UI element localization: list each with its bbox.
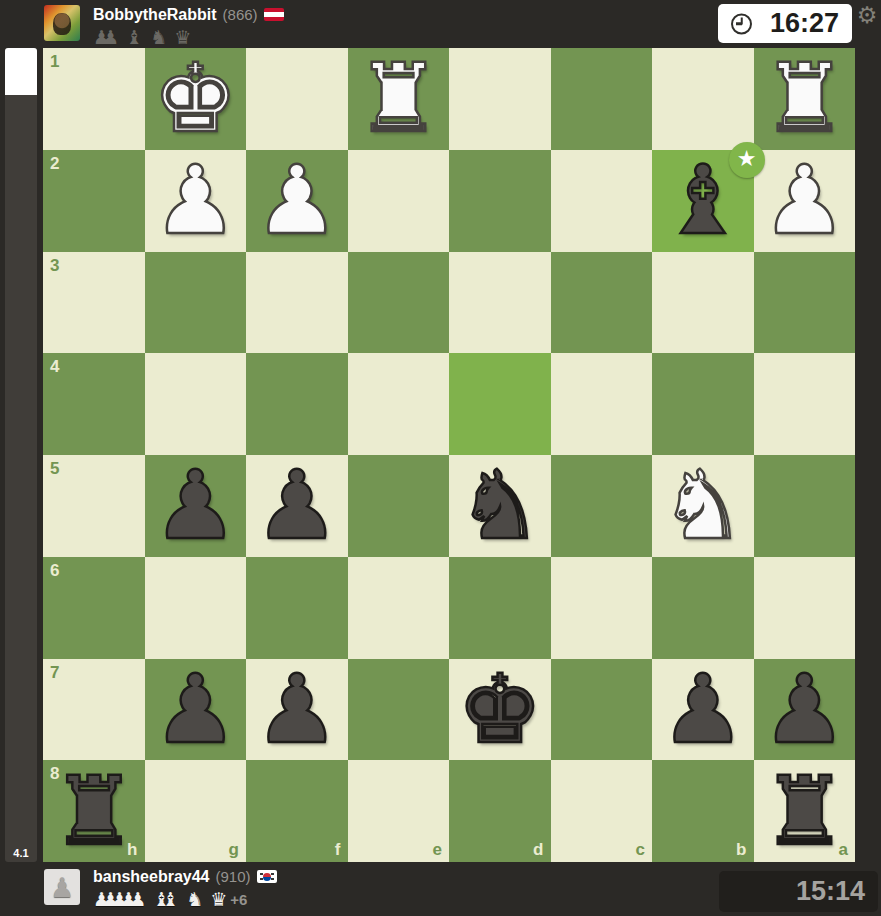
square-g7[interactable]: ♟ [145,659,247,761]
file-label-d: d [533,841,543,858]
square-d1[interactable] [449,48,551,150]
square-c6[interactable] [551,557,653,659]
square-g5[interactable]: ♟ [145,455,247,557]
square-c4[interactable] [551,353,653,455]
square-g8[interactable]: g [145,760,247,862]
square-h4[interactable]: 4 [43,353,145,455]
square-a1[interactable]: ♜ [754,48,856,150]
game-page: BobbytheRabbit (866) ♟♟♝♞♛ 16:27 ⚙ 4.1 1… [0,0,881,916]
black-pawn-b7[interactable]: ♟ [652,659,754,761]
white-king-g1[interactable]: ♚ [145,48,247,150]
square-a8[interactable]: a♜ [754,760,856,862]
square-f7[interactable]: ♟ [246,659,348,761]
square-e5[interactable] [348,455,450,557]
square-c7[interactable] [551,659,653,761]
file-label-b: b [736,841,746,858]
square-d7[interactable]: ♚ [449,659,551,761]
austria-flag-icon [264,8,284,21]
black-rook-h8[interactable]: ♜ [43,760,145,862]
top-player-clock: 16:27 [718,4,852,43]
square-e7[interactable] [348,659,450,761]
square-f8[interactable]: f [246,760,348,862]
file-label-c: c [636,841,645,858]
captured-piece-group: ♞ [186,890,195,909]
square-d5[interactable]: ♞ [449,455,551,557]
square-c3[interactable] [551,252,653,354]
square-g4[interactable] [145,353,247,455]
square-h7[interactable]: 7 [43,659,145,761]
square-f4[interactable] [246,353,348,455]
white-pawn-f2[interactable]: ♟ [246,150,348,252]
top-player-rating: (866) [223,6,258,23]
square-h8[interactable]: 8h♜ [43,760,145,862]
rank-label-4: 4 [50,358,59,375]
square-d8[interactable]: d [449,760,551,862]
black-knight-d5[interactable]: ♞ [449,455,551,557]
black-pawn-f5[interactable]: ♟ [246,455,348,557]
captured-piece-group: ♝♝ [153,890,171,909]
square-a3[interactable] [754,252,856,354]
square-b2[interactable]: ♝★ [652,150,754,252]
square-a2[interactable]: ♟ [754,150,856,252]
square-g1[interactable]: ♚ [145,48,247,150]
white-pawn-a2[interactable]: ♟ [754,150,856,252]
white-knight-b5[interactable]: ♞ [652,455,754,557]
square-h1[interactable]: 1 [43,48,145,150]
evaluation-bar: 4.1 [5,48,37,862]
bottom-player-name[interactable]: bansheebray44 [93,868,210,886]
rank-label-1: 1 [50,53,59,70]
square-e8[interactable]: e [348,760,450,862]
black-king-d7[interactable]: ♚ [449,659,551,761]
captured-piece-group: ♟♟♟♟♟ [93,890,138,909]
square-h6[interactable]: 6 [43,557,145,659]
square-e3[interactable] [348,252,450,354]
captured-piece-group: ♟♟ [93,28,111,47]
top-clock-time: 16:27 [770,8,839,39]
square-g2[interactable]: ♟ [145,150,247,252]
square-d2[interactable] [449,150,551,252]
square-b8[interactable]: b [652,760,754,862]
square-g6[interactable] [145,557,247,659]
rank-label-5: 5 [50,460,59,477]
best-move-star-badge: ★ [729,142,765,178]
black-pawn-f7[interactable]: ♟ [246,659,348,761]
white-pawn-g2[interactable]: ♟ [145,150,247,252]
square-b6[interactable] [652,557,754,659]
evaluation-white-fill [5,48,37,95]
bottom-player-avatar[interactable]: ♟ [44,869,80,905]
square-b5[interactable]: ♞ [652,455,754,557]
evaluation-score: 4.1 [5,847,37,859]
settings-gear-icon[interactable]: ⚙ [854,2,880,28]
bottom-captured-pieces: ♟♟♟♟♟♝♝♞♛+6 [93,889,277,909]
square-b7[interactable]: ♟ [652,659,754,761]
square-g3[interactable] [145,252,247,354]
square-b4[interactable] [652,353,754,455]
file-label-f: f [335,841,341,858]
rank-label-3: 3 [50,257,59,274]
captured-piece-group: ♛ [210,890,219,909]
bottom-player-info: bansheebray44 (910) ♟♟♟♟♟♝♝♞♛+6 [93,867,277,909]
white-rook-a1[interactable]: ♜ [754,48,856,150]
square-c1[interactable] [551,48,653,150]
square-e4[interactable] [348,353,450,455]
bottom-player-rating: (910) [216,868,251,885]
square-f1[interactable] [246,48,348,150]
square-a6[interactable] [754,557,856,659]
file-label-g: g [229,841,239,858]
captured-piece-group: ♝ [126,28,135,47]
black-pawn-g7[interactable]: ♟ [145,659,247,761]
top-player-name[interactable]: BobbytheRabbit [93,6,217,24]
square-a7[interactable]: ♟ [754,659,856,761]
rank-label-7: 7 [50,664,59,681]
south-korea-flag-icon [257,870,277,883]
rank-label-6: 6 [50,562,59,579]
square-c8[interactable]: c [551,760,653,862]
pawn-avatar-icon: ♟ [50,874,74,901]
chess-board: 1♚♜♜2♟♟♝★♟345♟♟♞♞67♟♟♚♟♟8h♜gfedcba♜ [43,48,855,862]
top-player-info: BobbytheRabbit (866) ♟♟♝♞♛ [93,5,284,47]
square-e2[interactable] [348,150,450,252]
star-icon: ★ [737,148,757,170]
square-d4[interactable] [449,353,551,455]
square-h3[interactable]: 3 [43,252,145,354]
file-label-e: e [433,841,442,858]
clock-icon [731,13,752,34]
square-f3[interactable] [246,252,348,354]
square-b3[interactable] [652,252,754,354]
material-advantage: +6 [230,891,247,908]
square-b1[interactable] [652,48,754,150]
square-c5[interactable] [551,455,653,557]
square-e6[interactable] [348,557,450,659]
black-pawn-g5[interactable]: ♟ [145,455,247,557]
square-e1[interactable]: ♜ [348,48,450,150]
black-rook-a8[interactable]: ♜ [754,760,856,862]
square-a4[interactable] [754,353,856,455]
rank-label-2: 2 [50,155,59,172]
top-player-avatar[interactable] [44,5,80,41]
square-f2[interactable]: ♟ [246,150,348,252]
white-rook-e1[interactable]: ♜ [348,48,450,150]
square-h5[interactable]: 5 [43,455,145,557]
square-a5[interactable] [754,455,856,557]
square-c2[interactable] [551,150,653,252]
square-d6[interactable] [449,557,551,659]
square-f6[interactable] [246,557,348,659]
square-h2[interactable]: 2 [43,150,145,252]
bottom-clock-time: 15:14 [796,876,865,907]
black-pawn-a7[interactable]: ♟ [754,659,856,761]
square-d3[interactable] [449,252,551,354]
square-f5[interactable]: ♟ [246,455,348,557]
bottom-player-clock: 15:14 [719,871,878,912]
